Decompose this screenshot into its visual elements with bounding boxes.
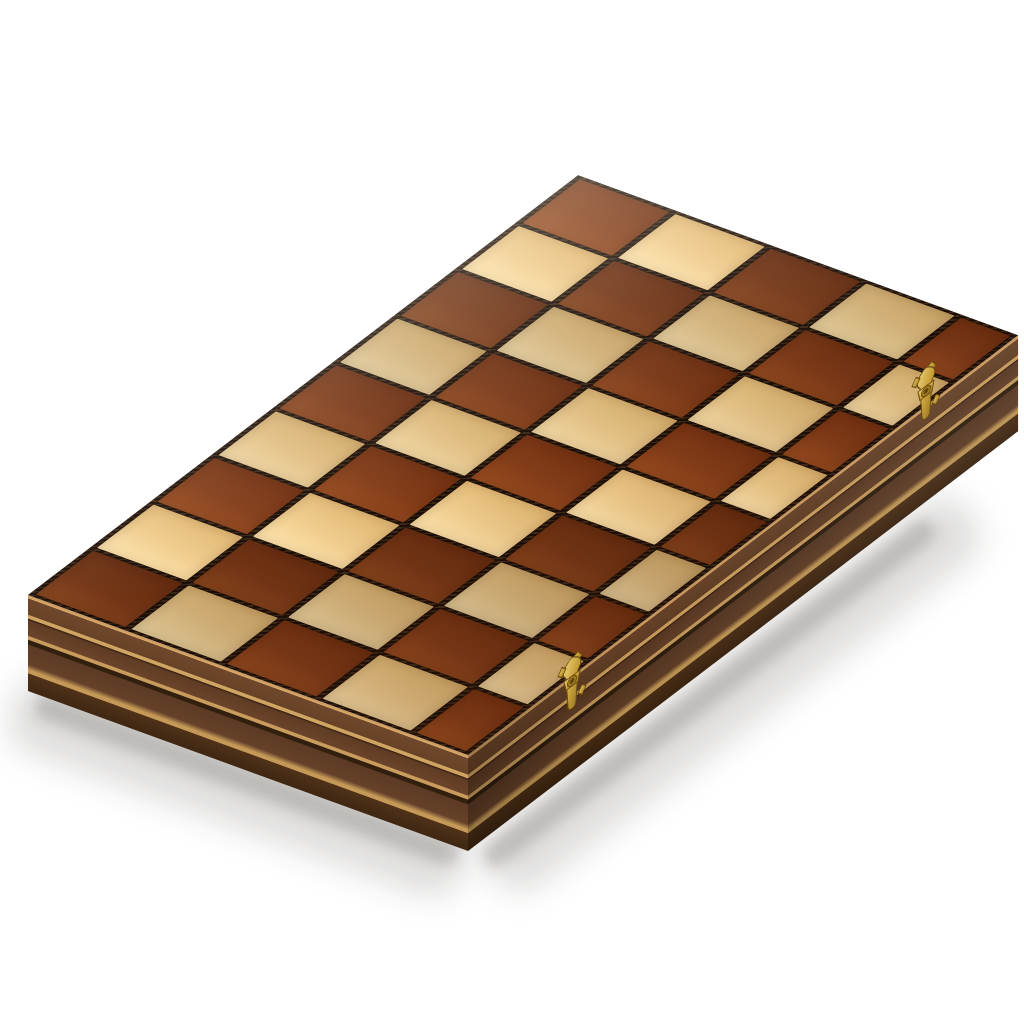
product-photo-stage [0, 0, 1024, 1024]
